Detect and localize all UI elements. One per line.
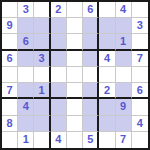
cell-r6c3[interactable]: 1 bbox=[34, 83, 50, 99]
cell-r9c4[interactable]: 4 bbox=[51, 132, 67, 148]
cell-r2c6[interactable] bbox=[83, 18, 99, 34]
cell-r3c6[interactable] bbox=[83, 34, 99, 50]
cell-r8c6[interactable] bbox=[83, 116, 99, 132]
cell-r4c8[interactable] bbox=[116, 51, 132, 67]
cell-r9c9[interactable] bbox=[132, 132, 148, 148]
cell-r2c9[interactable]: 3 bbox=[132, 18, 148, 34]
cell-r8c9[interactable]: 4 bbox=[132, 116, 148, 132]
cell-r5c4[interactable] bbox=[51, 67, 67, 83]
cell-r3c5[interactable] bbox=[67, 34, 83, 50]
cell-r7c6[interactable] bbox=[83, 99, 99, 115]
cell-r9c8[interactable]: 7 bbox=[116, 132, 132, 148]
cell-r3c2[interactable]: 6 bbox=[18, 34, 34, 50]
cell-r5c2[interactable] bbox=[18, 67, 34, 83]
cell-r2c3[interactable] bbox=[34, 18, 50, 34]
cell-r6c1[interactable]: 7 bbox=[2, 83, 18, 99]
cell-r9c2[interactable]: 1 bbox=[18, 132, 34, 148]
cell-r7c5[interactable] bbox=[67, 99, 83, 115]
cell-r4c3[interactable]: 3 bbox=[34, 51, 50, 67]
cell-r1c8[interactable]: 4 bbox=[116, 2, 132, 18]
cell-r5c3[interactable] bbox=[34, 67, 50, 83]
cell-r5c7[interactable] bbox=[99, 67, 115, 83]
cell-r8c2[interactable] bbox=[18, 116, 34, 132]
cell-r3c1[interactable] bbox=[2, 34, 18, 50]
cell-r6c4[interactable] bbox=[51, 83, 67, 99]
cell-r1c5[interactable] bbox=[67, 2, 83, 18]
cell-r8c4[interactable] bbox=[51, 116, 67, 132]
cell-r5c6[interactable] bbox=[83, 67, 99, 83]
cell-r1c2[interactable]: 3 bbox=[18, 2, 34, 18]
sudoku-board: 326493616347712649841457 bbox=[0, 0, 150, 150]
cell-r7c9[interactable] bbox=[132, 99, 148, 115]
cell-r1c9[interactable] bbox=[132, 2, 148, 18]
cell-r2c5[interactable] bbox=[67, 18, 83, 34]
cell-r8c3[interactable] bbox=[34, 116, 50, 132]
cell-r6c2[interactable] bbox=[18, 83, 34, 99]
cell-r6c6[interactable] bbox=[83, 83, 99, 99]
cell-r1c1[interactable] bbox=[2, 2, 18, 18]
cell-r6c8[interactable] bbox=[116, 83, 132, 99]
cell-r3c7[interactable] bbox=[99, 34, 115, 50]
cell-r3c3[interactable] bbox=[34, 34, 50, 50]
cell-r6c7[interactable]: 2 bbox=[99, 83, 115, 99]
cell-r1c3[interactable] bbox=[34, 2, 50, 18]
cell-r2c4[interactable] bbox=[51, 18, 67, 34]
cell-r5c8[interactable] bbox=[116, 67, 132, 83]
cell-r1c4[interactable]: 2 bbox=[51, 2, 67, 18]
cell-r2c1[interactable]: 9 bbox=[2, 18, 18, 34]
cell-r5c1[interactable] bbox=[2, 67, 18, 83]
cell-r9c7[interactable] bbox=[99, 132, 115, 148]
cell-r2c7[interactable] bbox=[99, 18, 115, 34]
cell-r4c5[interactable] bbox=[67, 51, 83, 67]
cell-r9c5[interactable] bbox=[67, 132, 83, 148]
cell-r3c4[interactable] bbox=[51, 34, 67, 50]
cell-r3c8[interactable]: 1 bbox=[116, 34, 132, 50]
cell-r9c1[interactable] bbox=[2, 132, 18, 148]
cell-r4c9[interactable]: 7 bbox=[132, 51, 148, 67]
cell-r7c4[interactable] bbox=[51, 99, 67, 115]
cell-r7c7[interactable] bbox=[99, 99, 115, 115]
cell-r7c3[interactable] bbox=[34, 99, 50, 115]
cell-r4c2[interactable] bbox=[18, 51, 34, 67]
cell-r7c8[interactable]: 9 bbox=[116, 99, 132, 115]
cell-r9c3[interactable] bbox=[34, 132, 50, 148]
cell-r6c9[interactable]: 6 bbox=[132, 83, 148, 99]
cell-r5c5[interactable] bbox=[67, 67, 83, 83]
cell-r5c9[interactable] bbox=[132, 67, 148, 83]
cell-r6c5[interactable] bbox=[67, 83, 83, 99]
cell-r8c7[interactable] bbox=[99, 116, 115, 132]
cell-r1c6[interactable]: 6 bbox=[83, 2, 99, 18]
cell-r2c8[interactable] bbox=[116, 18, 132, 34]
cell-r4c1[interactable]: 6 bbox=[2, 51, 18, 67]
cell-r7c2[interactable]: 4 bbox=[18, 99, 34, 115]
cell-r1c7[interactable] bbox=[99, 2, 115, 18]
cell-r7c1[interactable] bbox=[2, 99, 18, 115]
cell-r8c8[interactable] bbox=[116, 116, 132, 132]
cell-r2c2[interactable] bbox=[18, 18, 34, 34]
cell-r4c6[interactable] bbox=[83, 51, 99, 67]
cell-r8c5[interactable] bbox=[67, 116, 83, 132]
cell-r3c9[interactable] bbox=[132, 34, 148, 50]
cell-r9c6[interactable]: 5 bbox=[83, 132, 99, 148]
cell-r4c7[interactable]: 4 bbox=[99, 51, 115, 67]
cell-r4c4[interactable] bbox=[51, 51, 67, 67]
cell-r8c1[interactable]: 8 bbox=[2, 116, 18, 132]
